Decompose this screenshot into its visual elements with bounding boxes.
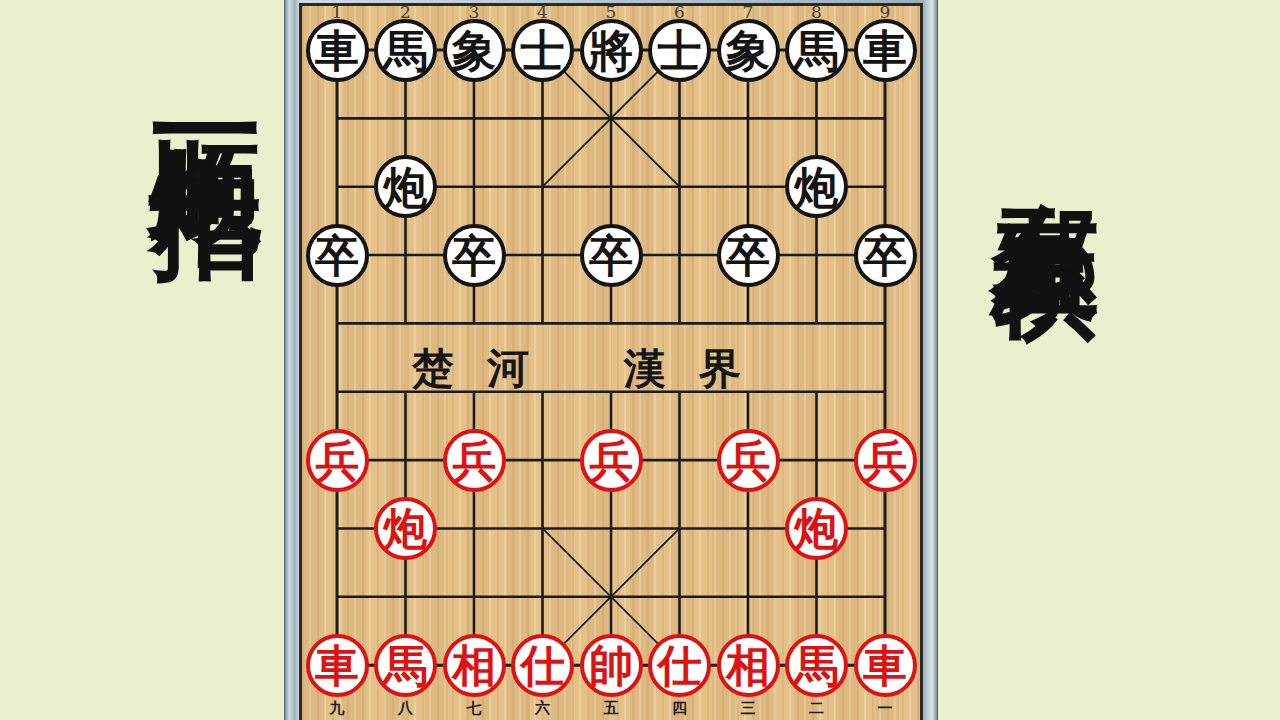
river-label-right: 漢界 [624, 347, 774, 391]
piece-glyph: 卒 [315, 234, 359, 278]
piece-black-cannon[interactable]: 炮 [374, 155, 437, 218]
piece-glyph: 仕 [521, 644, 565, 688]
piece-black-advisor[interactable]: 士 [511, 19, 574, 82]
piece-glyph: 將 [589, 29, 633, 73]
piece-red-cannon[interactable]: 炮 [374, 497, 437, 560]
piece-glyph: 相 [726, 644, 770, 688]
file-number-bottom-9: 一 [873, 699, 897, 718]
piece-black-soldier[interactable]: 卒 [580, 224, 643, 287]
piece-red-advisor[interactable]: 仕 [648, 634, 711, 697]
piece-glyph: 車 [315, 644, 359, 688]
piece-black-soldier[interactable]: 卒 [717, 224, 780, 287]
file-number-bottom-5: 五 [599, 699, 623, 718]
piece-glyph: 兵 [315, 439, 359, 483]
piece-red-horse[interactable]: 馬 [785, 634, 848, 697]
piece-black-rook[interactable]: 車 [854, 19, 917, 82]
piece-black-soldier[interactable]: 卒 [854, 224, 917, 287]
xiangqi-board[interactable]: 123456789 九八七六五四三二一 楚河 漢界 車馬象士將士象馬車炮炮卒卒卒… [284, 0, 938, 720]
piece-red-general[interactable]: 帥 [580, 634, 643, 697]
file-number-bottom-4: 六 [531, 699, 555, 718]
piece-glyph: 仕 [658, 644, 702, 688]
piece-black-soldier[interactable]: 卒 [306, 224, 369, 287]
piece-red-soldier[interactable]: 兵 [580, 429, 643, 492]
piece-glyph: 卒 [452, 234, 496, 278]
piece-black-general[interactable]: 將 [580, 19, 643, 82]
piece-red-soldier[interactable]: 兵 [717, 429, 780, 492]
piece-black-elephant[interactable]: 象 [443, 19, 506, 82]
piece-black-elephant[interactable]: 象 [717, 19, 780, 82]
piece-red-elephant[interactable]: 相 [443, 634, 506, 697]
piece-red-cannon[interactable]: 炮 [785, 497, 848, 560]
piece-black-cannon[interactable]: 炮 [785, 155, 848, 218]
piece-glyph: 車 [863, 644, 907, 688]
piece-black-horse[interactable]: 馬 [785, 19, 848, 82]
piece-glyph: 士 [658, 29, 702, 73]
piece-red-soldier[interactable]: 兵 [854, 429, 917, 492]
piece-glyph: 炮 [795, 166, 839, 210]
piece-black-soldier[interactable]: 卒 [443, 224, 506, 287]
piece-red-rook[interactable]: 車 [306, 634, 369, 697]
piece-glyph: 卒 [726, 234, 770, 278]
piece-glyph: 帥 [589, 644, 633, 688]
piece-glyph: 馬 [795, 644, 839, 688]
piece-glyph: 炮 [384, 507, 428, 551]
piece-glyph: 兵 [589, 439, 633, 483]
piece-red-soldier[interactable]: 兵 [443, 429, 506, 492]
piece-red-horse[interactable]: 馬 [374, 634, 437, 697]
piece-glyph: 兵 [863, 439, 907, 483]
piece-glyph: 馬 [795, 29, 839, 73]
piece-black-advisor[interactable]: 士 [648, 19, 711, 82]
piece-black-horse[interactable]: 馬 [374, 19, 437, 82]
piece-glyph: 卒 [589, 234, 633, 278]
piece-glyph: 兵 [452, 439, 496, 483]
file-number-bottom-3: 七 [462, 699, 486, 718]
piece-black-rook[interactable]: 車 [306, 19, 369, 82]
piece-glyph: 馬 [384, 644, 428, 688]
piece-red-soldier[interactable]: 兵 [306, 429, 369, 492]
board-lattice [285, 0, 937, 720]
right-caption: 东邪象棋 [974, 112, 1120, 160]
file-number-bottom-6: 四 [668, 699, 692, 718]
file-number-bottom-2: 八 [394, 699, 418, 718]
piece-glyph: 兵 [726, 439, 770, 483]
piece-glyph: 象 [452, 29, 496, 73]
piece-glyph: 相 [452, 644, 496, 688]
piece-glyph: 卒 [863, 234, 907, 278]
piece-red-rook[interactable]: 車 [854, 634, 917, 697]
piece-red-elephant[interactable]: 相 [717, 634, 780, 697]
piece-glyph: 炮 [384, 166, 428, 210]
thumbnail-page: { "game": "xiangqi", "position": { "fen"… [0, 0, 1280, 720]
piece-glyph: 象 [726, 29, 770, 73]
piece-glyph: 馬 [384, 29, 428, 73]
left-caption: 顺炮十一招 [132, 50, 283, 90]
piece-glyph: 炮 [795, 507, 839, 551]
piece-glyph: 士 [521, 29, 565, 73]
piece-red-advisor[interactable]: 仕 [511, 634, 574, 697]
file-number-bottom-8: 二 [805, 699, 829, 718]
piece-glyph: 車 [863, 29, 907, 73]
file-number-bottom-1: 九 [325, 699, 349, 718]
river-label-left: 楚河 [412, 347, 562, 391]
piece-glyph: 車 [315, 29, 359, 73]
file-number-bottom-7: 三 [736, 699, 760, 718]
